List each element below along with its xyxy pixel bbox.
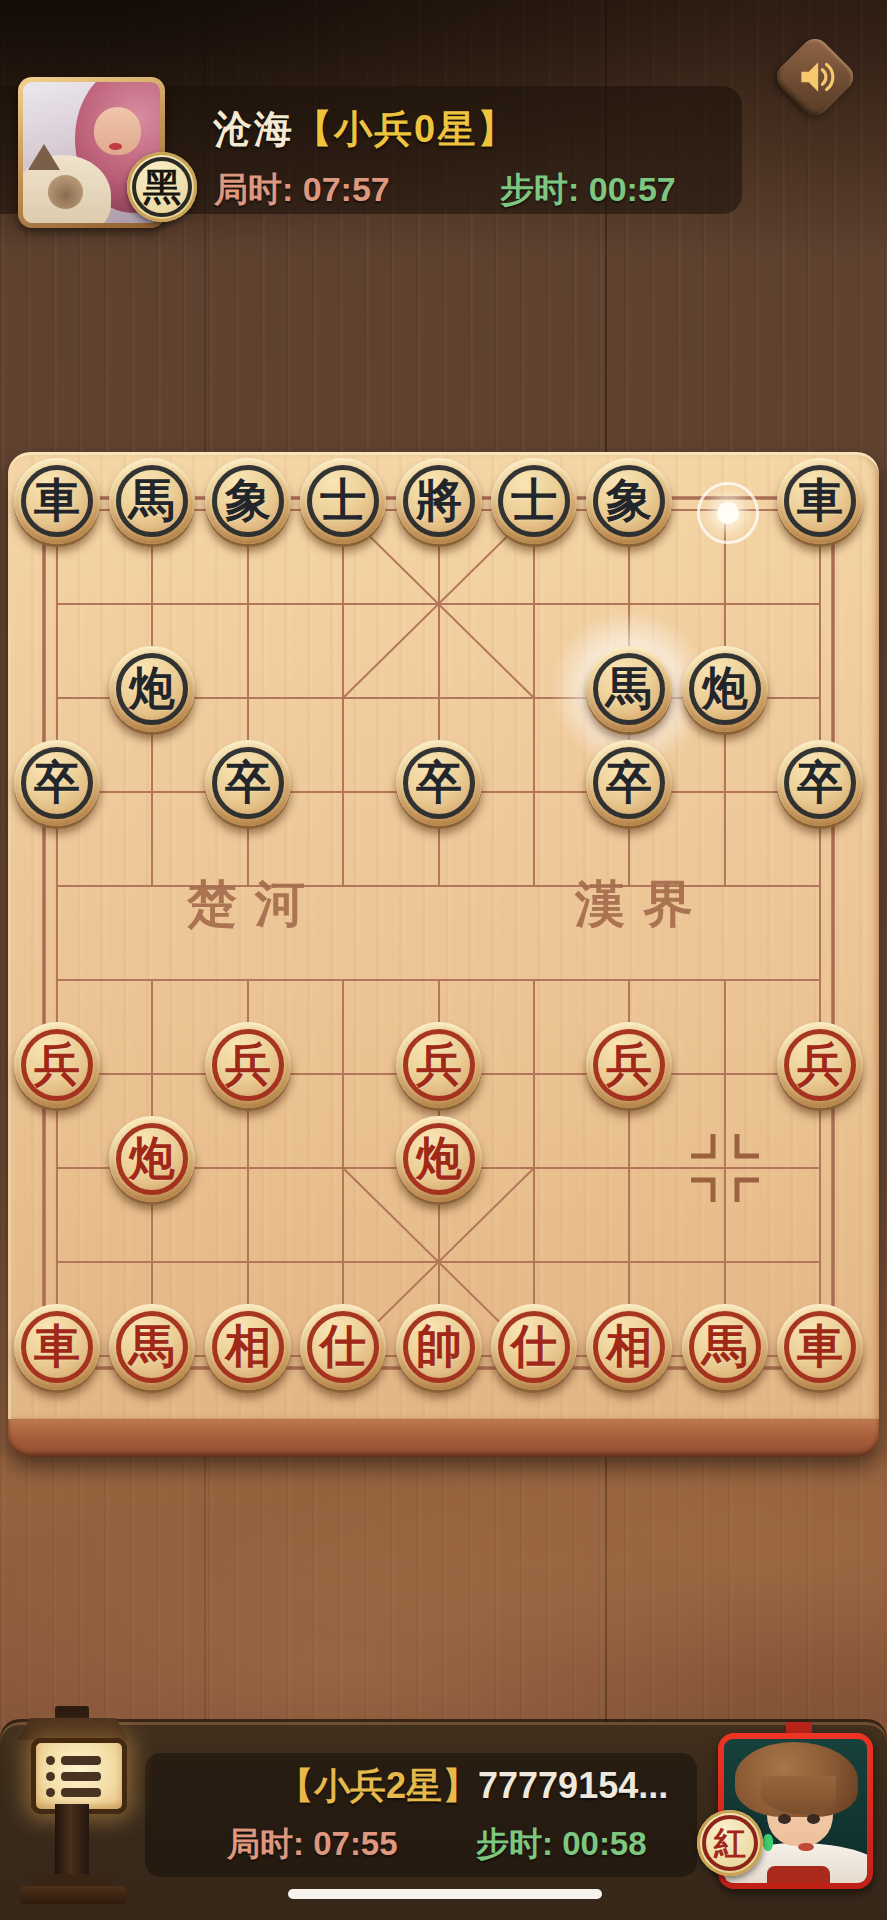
- piece-red-馬[interactable]: 馬: [109, 1304, 195, 1390]
- red-side-badge: 紅: [697, 1810, 763, 1876]
- piece-black-象[interactable]: 象: [205, 458, 291, 544]
- menu-list-icon: [31, 1738, 127, 1814]
- speaker-icon: [784, 46, 846, 108]
- piece-glyph: 炮: [702, 665, 748, 711]
- bottom-move-timer-label: 步时:: [476, 1825, 553, 1862]
- piece-black-馬[interactable]: 馬: [109, 458, 195, 544]
- board-bevel: [8, 1419, 879, 1457]
- piece-glyph: 象: [225, 477, 271, 523]
- bottom-player-number: 77779154...: [478, 1765, 668, 1806]
- piece-red-車[interactable]: 車: [777, 1304, 863, 1390]
- piece-glyph: 炮: [129, 665, 175, 711]
- home-indicator[interactable]: [288, 1889, 602, 1899]
- piece-red-車[interactable]: 車: [14, 1304, 100, 1390]
- piece-glyph: 車: [34, 1323, 80, 1369]
- piece-glyph: 炮: [129, 1135, 175, 1181]
- portrait-eye: [778, 1814, 791, 1824]
- piece-black-卒[interactable]: 卒: [205, 740, 291, 826]
- bottom-game-timer: 局时: 07:55: [227, 1822, 398, 1867]
- piece-glyph: 兵: [34, 1041, 80, 1087]
- top-game-timer-label: 局时:: [214, 170, 293, 208]
- red-side-badge-label: 紅: [714, 1827, 746, 1859]
- top-game-timer-value: 07:57: [303, 170, 390, 208]
- piece-red-炮[interactable]: 炮: [109, 1116, 195, 1202]
- piece-red-兵[interactable]: 兵: [205, 1022, 291, 1108]
- portrait-cat-face: [48, 175, 84, 209]
- piece-glyph: 將: [416, 477, 462, 523]
- top-move-timer-value: 00:57: [589, 170, 676, 208]
- piece-glyph: 卒: [416, 759, 462, 805]
- bottom-game-timer-label: 局时:: [227, 1825, 304, 1862]
- black-side-badge-label: 黑: [143, 168, 181, 206]
- piece-red-相[interactable]: 相: [586, 1304, 672, 1390]
- piece-black-車[interactable]: 車: [777, 458, 863, 544]
- piece-glyph: 卒: [797, 759, 843, 805]
- piece-black-炮[interactable]: 炮: [109, 646, 195, 732]
- black-side-badge: 黑: [127, 152, 197, 222]
- portrait-earring: [763, 1834, 773, 1851]
- piece-glyph: 卒: [34, 759, 80, 805]
- portrait-lips: [109, 143, 121, 150]
- piece-red-炮[interactable]: 炮: [396, 1116, 482, 1202]
- piece-black-炮[interactable]: 炮: [682, 646, 768, 732]
- bottom-move-timer: 步时: 00:58: [476, 1822, 647, 1867]
- piece-glyph: 馬: [702, 1323, 748, 1369]
- top-move-timer-label: 步时:: [500, 170, 579, 208]
- game-screen: 黑 沧海【小兵0星】 局时: 07:57 步时: 00:57 楚河 漢界 車馬象…: [0, 0, 887, 1920]
- piece-glyph: 兵: [797, 1041, 843, 1087]
- bottom-player-rank: 【小兵2星】: [278, 1765, 478, 1806]
- piece-glyph: 相: [606, 1323, 652, 1369]
- bottom-player-name: 【小兵2星】77779154...: [278, 1762, 668, 1811]
- piece-red-仕[interactable]: 仕: [491, 1304, 577, 1390]
- piece-red-兵[interactable]: 兵: [14, 1022, 100, 1108]
- top-move-timer: 步时: 00:57: [500, 167, 676, 213]
- piece-red-兵[interactable]: 兵: [777, 1022, 863, 1108]
- piece-glyph: 兵: [225, 1041, 271, 1087]
- piece-glyph: 帥: [416, 1323, 462, 1369]
- piece-glyph: 士: [320, 477, 366, 523]
- lantern-roof: [17, 1718, 129, 1740]
- piece-black-士[interactable]: 士: [300, 458, 386, 544]
- piece-black-卒[interactable]: 卒: [586, 740, 672, 826]
- piece-glyph: 仕: [320, 1323, 366, 1369]
- piece-black-卒[interactable]: 卒: [777, 740, 863, 826]
- menu-button[interactable]: [17, 1692, 129, 1904]
- river-label-right: 漢界: [575, 871, 711, 938]
- piece-glyph: 馬: [129, 477, 175, 523]
- lantern-post: [55, 1804, 89, 1878]
- portrait-dress: [767, 1866, 830, 1883]
- river-label-left: 楚河: [187, 871, 323, 938]
- piece-black-卒[interactable]: 卒: [14, 740, 100, 826]
- crosshair-marker: [680, 1123, 770, 1213]
- piece-red-馬[interactable]: 馬: [682, 1304, 768, 1390]
- piece-glyph: 馬: [606, 665, 652, 711]
- portrait-cat-ear: [28, 144, 60, 170]
- piece-glyph: 馬: [129, 1323, 175, 1369]
- lantern-base: [19, 1886, 127, 1904]
- piece-glyph: 卒: [225, 759, 271, 805]
- board-grid: [8, 452, 879, 1421]
- piece-red-帥[interactable]: 帥: [396, 1304, 482, 1390]
- bottom-move-timer-value: 00:58: [562, 1825, 646, 1862]
- piece-glyph: 卒: [606, 759, 652, 805]
- piece-glyph: 炮: [416, 1135, 462, 1181]
- piece-black-卒[interactable]: 卒: [396, 740, 482, 826]
- piece-red-仕[interactable]: 仕: [300, 1304, 386, 1390]
- piece-black-士[interactable]: 士: [491, 458, 577, 544]
- xiangqi-board[interactable]: 楚河 漢界 車馬象士將士象車炮馬炮卒卒卒卒卒兵兵兵兵兵炮炮車馬相仕帥仕相馬車: [8, 452, 879, 1457]
- piece-black-將[interactable]: 將: [396, 458, 482, 544]
- piece-red-兵[interactable]: 兵: [586, 1022, 672, 1108]
- top-player-name: 沧海【小兵0星】: [214, 104, 517, 155]
- piece-red-兵[interactable]: 兵: [396, 1022, 482, 1108]
- top-game-timer: 局时: 07:57: [214, 167, 390, 213]
- piece-black-象[interactable]: 象: [586, 458, 672, 544]
- piece-glyph: 車: [34, 477, 80, 523]
- top-player-name-text: 沧海: [214, 108, 294, 150]
- piece-black-馬[interactable]: 馬: [586, 646, 672, 732]
- portrait-bangs: [761, 1776, 835, 1813]
- piece-glyph: 車: [797, 1323, 843, 1369]
- top-player-rank: 【小兵0星】: [294, 108, 517, 150]
- piece-red-相[interactable]: 相: [205, 1304, 291, 1390]
- portrait-eye: [807, 1814, 820, 1824]
- piece-glyph: 兵: [416, 1041, 462, 1087]
- table-surface: [0, 1457, 887, 1723]
- piece-glyph: 象: [606, 477, 652, 523]
- piece-glyph: 仕: [511, 1323, 557, 1369]
- piece-glyph: 兵: [606, 1041, 652, 1087]
- piece-black-車[interactable]: 車: [14, 458, 100, 544]
- piece-glyph: 士: [511, 477, 557, 523]
- bottom-game-timer-value: 07:55: [313, 1825, 397, 1862]
- piece-glyph: 相: [225, 1323, 271, 1369]
- piece-glyph: 車: [797, 477, 843, 523]
